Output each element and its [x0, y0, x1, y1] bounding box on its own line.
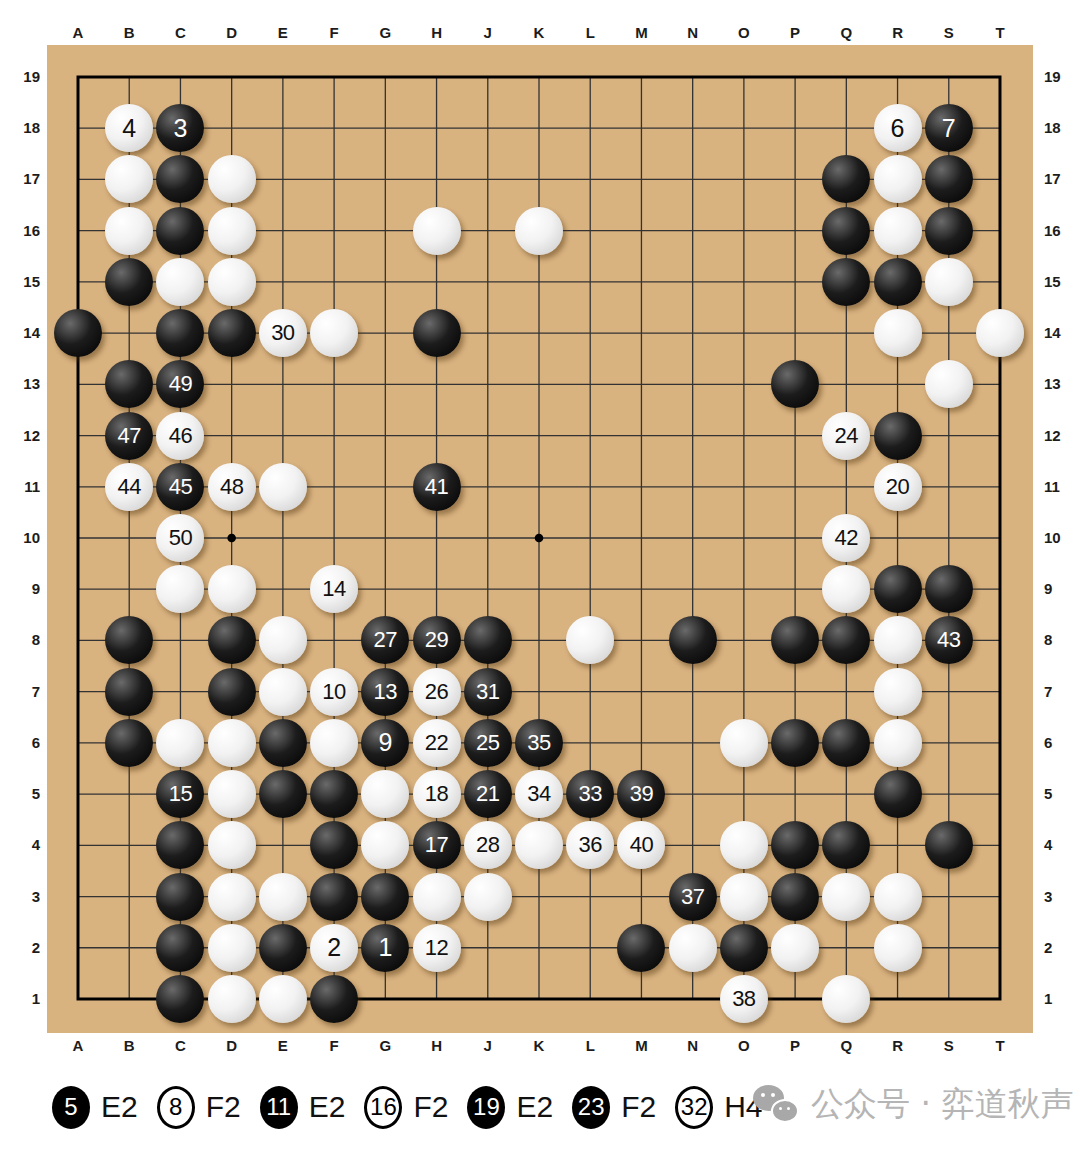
stone-S8: 43 — [925, 616, 973, 664]
coord-right-3: 3 — [1044, 888, 1078, 906]
stone-F7: 10 — [310, 668, 358, 716]
move-number: 22 — [425, 732, 448, 754]
stone-D2 — [208, 924, 256, 972]
coord-right-13: 13 — [1044, 375, 1078, 393]
coord-left-6: 6 — [6, 734, 40, 752]
stone-D7 — [208, 668, 256, 716]
move-number: 35 — [527, 732, 550, 754]
stone-H5: 18 — [413, 770, 461, 818]
stone-F2: 2 — [310, 924, 358, 972]
legend-item-8: 8F2 — [157, 1086, 241, 1129]
stone-P2 — [771, 924, 819, 972]
coord-top-N: N — [678, 24, 708, 42]
coord-top-H: H — [422, 24, 452, 42]
coord-right-12: 12 — [1044, 427, 1078, 445]
stone-G3 — [361, 873, 409, 921]
coord-left-17: 17 — [6, 170, 40, 188]
watermark: 公众号 · 弈道秋声 — [753, 1082, 1073, 1127]
stone-D16 — [208, 207, 256, 255]
move-number: 37 — [681, 886, 704, 908]
coord-bottom-M: M — [626, 1037, 656, 1055]
stone-O4 — [720, 821, 768, 869]
stone-J7: 31 — [464, 668, 512, 716]
stone-B16 — [105, 207, 153, 255]
coord-top-B: B — [114, 24, 144, 42]
move-number: 14 — [322, 578, 345, 600]
coord-left-1: 1 — [6, 990, 40, 1008]
move-number: 7 — [942, 116, 956, 141]
coord-left-15: 15 — [6, 273, 40, 291]
stone-G2: 1 — [361, 924, 409, 972]
stone-L5: 33 — [566, 770, 614, 818]
stone-Q6 — [822, 719, 870, 767]
stone-N2 — [669, 924, 717, 972]
stone-K6: 35 — [515, 719, 563, 767]
stone-P3 — [771, 873, 819, 921]
coord-bottom-J: J — [473, 1037, 503, 1055]
move-number: 28 — [476, 834, 499, 856]
coord-bottom-B: B — [114, 1037, 144, 1055]
stone-F1 — [310, 975, 358, 1023]
coord-left-10: 10 — [6, 529, 40, 547]
coord-bottom-G: G — [370, 1037, 400, 1055]
stone-H4: 17 — [413, 821, 461, 869]
move-number: 9 — [378, 730, 392, 755]
coord-bottom-H: H — [422, 1037, 452, 1055]
move-number: 39 — [630, 783, 653, 805]
page: 4367304947462444454841205042142729431013… — [0, 0, 1080, 1156]
legend-item-32: 32H4 — [675, 1086, 762, 1129]
stone-F5 — [310, 770, 358, 818]
coord-bottom-R: R — [883, 1037, 913, 1055]
coord-bottom-S: S — [934, 1037, 964, 1055]
coord-right-14: 14 — [1044, 324, 1078, 342]
stone-E1 — [259, 975, 307, 1023]
stone-H11: 41 — [413, 463, 461, 511]
stone-F6 — [310, 719, 358, 767]
stone-D6 — [208, 719, 256, 767]
move-number: 6 — [891, 116, 905, 141]
stone-J4: 28 — [464, 821, 512, 869]
coord-top-L: L — [575, 24, 605, 42]
move-number: 49 — [169, 373, 192, 395]
coord-top-A: A — [63, 24, 93, 42]
move-legend: 5E28F211E216F219E223F232H4 — [52, 1080, 763, 1134]
legend-item-11: 11E2 — [260, 1086, 346, 1129]
stone-Q16 — [822, 207, 870, 255]
stone-E11 — [259, 463, 307, 511]
stone-T14 — [976, 309, 1024, 357]
stone-S18: 7 — [925, 104, 973, 152]
move-number: 26 — [425, 681, 448, 703]
legend-coord: E2 — [516, 1090, 553, 1124]
stone-K5: 34 — [515, 770, 563, 818]
stone-H7: 26 — [413, 668, 461, 716]
stone-O2 — [720, 924, 768, 972]
stone-P6 — [771, 719, 819, 767]
stone-S16 — [925, 207, 973, 255]
move-number: 2 — [327, 935, 341, 960]
move-number: 36 — [578, 834, 601, 856]
move-number: 20 — [886, 476, 909, 498]
legend-stone: 23 — [572, 1086, 610, 1129]
coord-top-O: O — [729, 24, 759, 42]
stone-B7 — [105, 668, 153, 716]
coord-left-2: 2 — [6, 939, 40, 957]
move-number: 38 — [732, 988, 755, 1010]
coord-right-15: 15 — [1044, 273, 1078, 291]
coord-left-5: 5 — [6, 785, 40, 803]
stone-D17 — [208, 155, 256, 203]
stone-R8 — [874, 616, 922, 664]
stone-M2 — [617, 924, 665, 972]
stone-B15 — [105, 258, 153, 306]
coord-left-8: 8 — [6, 631, 40, 649]
coord-bottom-E: E — [268, 1037, 298, 1055]
coord-bottom-O: O — [729, 1037, 759, 1055]
stone-H6: 22 — [413, 719, 461, 767]
move-number: 40 — [630, 834, 653, 856]
coord-left-7: 7 — [6, 683, 40, 701]
coord-top-G: G — [370, 24, 400, 42]
coord-bottom-D: D — [217, 1037, 247, 1055]
stone-G6: 9 — [361, 719, 409, 767]
stone-C3 — [156, 873, 204, 921]
stone-S4 — [925, 821, 973, 869]
coord-right-10: 10 — [1044, 529, 1078, 547]
coord-left-4: 4 — [6, 836, 40, 854]
move-number: 41 — [425, 476, 448, 498]
legend-stone: 8 — [157, 1086, 195, 1129]
coord-top-F: F — [319, 24, 349, 42]
stone-R17 — [874, 155, 922, 203]
stone-Q10: 42 — [822, 514, 870, 562]
move-number: 50 — [169, 527, 192, 549]
move-number: 31 — [476, 681, 499, 703]
stone-C16 — [156, 207, 204, 255]
stone-R15 — [874, 258, 922, 306]
move-number: 13 — [374, 681, 397, 703]
coord-top-J: J — [473, 24, 503, 42]
stone-R7 — [874, 668, 922, 716]
move-number: 3 — [173, 116, 187, 141]
coord-left-3: 3 — [6, 888, 40, 906]
stone-F3 — [310, 873, 358, 921]
stone-Q15 — [822, 258, 870, 306]
move-number: 48 — [220, 476, 243, 498]
legend-item-5: 5E2 — [52, 1086, 138, 1129]
coord-bottom-A: A — [63, 1037, 93, 1055]
stone-O1: 38 — [720, 975, 768, 1023]
stone-B12: 47 — [105, 412, 153, 460]
coord-right-8: 8 — [1044, 631, 1078, 649]
stone-F9: 14 — [310, 565, 358, 613]
stone-C6 — [156, 719, 204, 767]
coord-left-11: 11 — [6, 478, 40, 496]
coord-right-1: 1 — [1044, 990, 1078, 1008]
move-number: 25 — [476, 732, 499, 754]
coord-left-14: 14 — [6, 324, 40, 342]
stone-N8 — [669, 616, 717, 664]
stone-H2: 12 — [413, 924, 461, 972]
stone-R11: 20 — [874, 463, 922, 511]
stone-D5 — [208, 770, 256, 818]
stone-B6 — [105, 719, 153, 767]
coord-bottom-F: F — [319, 1037, 349, 1055]
coord-top-Q: Q — [831, 24, 861, 42]
coord-left-18: 18 — [6, 119, 40, 137]
stone-J5: 21 — [464, 770, 512, 818]
legend-stone: 19 — [467, 1086, 505, 1129]
coord-bottom-L: L — [575, 1037, 605, 1055]
stone-E6 — [259, 719, 307, 767]
stone-H3 — [413, 873, 461, 921]
legend-stone: 5 — [52, 1086, 90, 1129]
stone-S9 — [925, 565, 973, 613]
coord-top-D: D — [217, 24, 247, 42]
coord-left-13: 13 — [6, 375, 40, 393]
stone-E2 — [259, 924, 307, 972]
stone-D3 — [208, 873, 256, 921]
legend-item-16: 16F2 — [364, 1086, 448, 1129]
stone-S15 — [925, 258, 973, 306]
move-number: 17 — [425, 834, 448, 856]
move-number: 44 — [117, 476, 140, 498]
move-number: 1 — [378, 935, 392, 960]
stone-R6 — [874, 719, 922, 767]
stone-N3: 37 — [669, 873, 717, 921]
move-number: 18 — [425, 783, 448, 805]
coord-top-M: M — [626, 24, 656, 42]
coord-left-16: 16 — [6, 222, 40, 240]
coord-bottom-C: C — [165, 1037, 195, 1055]
move-number: 10 — [322, 681, 345, 703]
stone-E7 — [259, 668, 307, 716]
stone-K16 — [515, 207, 563, 255]
coord-bottom-P: P — [780, 1037, 810, 1055]
coord-top-T: T — [985, 24, 1015, 42]
stone-R9 — [874, 565, 922, 613]
stone-J3 — [464, 873, 512, 921]
stone-C11: 45 — [156, 463, 204, 511]
move-number: 29 — [425, 629, 448, 651]
coord-right-5: 5 — [1044, 785, 1078, 803]
stone-E8 — [259, 616, 307, 664]
move-number: 43 — [937, 629, 960, 651]
stone-D9 — [208, 565, 256, 613]
coord-right-19: 19 — [1044, 68, 1078, 86]
coord-right-6: 6 — [1044, 734, 1078, 752]
stone-E14: 30 — [259, 309, 307, 357]
coord-left-19: 19 — [6, 68, 40, 86]
move-number: 24 — [835, 425, 858, 447]
move-number: 15 — [169, 783, 192, 805]
coord-top-C: C — [165, 24, 195, 42]
move-number: 4 — [122, 116, 136, 141]
stone-R3 — [874, 873, 922, 921]
move-number: 27 — [374, 629, 397, 651]
stone-H14 — [413, 309, 461, 357]
move-number: 12 — [425, 937, 448, 959]
go-board: 4367304947462444454841205042142729431013… — [47, 45, 1033, 1033]
coord-right-7: 7 — [1044, 683, 1078, 701]
coord-right-18: 18 — [1044, 119, 1078, 137]
coord-top-E: E — [268, 24, 298, 42]
stone-R5 — [874, 770, 922, 818]
wechat-icon — [753, 1085, 801, 1125]
coord-top-S: S — [934, 24, 964, 42]
coord-right-17: 17 — [1044, 170, 1078, 188]
legend-item-23: 23F2 — [572, 1086, 656, 1129]
watermark-text: 公众号 · 弈道秋声 — [811, 1082, 1073, 1127]
stone-H16 — [413, 207, 461, 255]
stone-A14 — [54, 309, 102, 357]
coord-right-2: 2 — [1044, 939, 1078, 957]
stone-C12: 46 — [156, 412, 204, 460]
coord-bottom-K: K — [524, 1037, 554, 1055]
move-number: 21 — [476, 783, 499, 805]
coord-left-9: 9 — [6, 580, 40, 598]
stone-G7: 13 — [361, 668, 409, 716]
coord-right-9: 9 — [1044, 580, 1078, 598]
stone-S13 — [925, 360, 973, 408]
coord-bottom-N: N — [678, 1037, 708, 1055]
legend-stone: 32 — [675, 1086, 713, 1129]
coord-right-16: 16 — [1044, 222, 1078, 240]
stone-D14 — [208, 309, 256, 357]
move-number: 33 — [578, 783, 601, 805]
legend-stone: 11 — [260, 1086, 298, 1129]
stone-R16 — [874, 207, 922, 255]
stone-O6 — [720, 719, 768, 767]
stone-C15 — [156, 258, 204, 306]
stone-R14 — [874, 309, 922, 357]
coord-top-R: R — [883, 24, 913, 42]
coord-bottom-T: T — [985, 1037, 1015, 1055]
legend-coord: E2 — [309, 1090, 346, 1124]
stone-H8: 29 — [413, 616, 461, 664]
stone-K4 — [515, 821, 563, 869]
move-number: 30 — [271, 322, 294, 344]
stone-Q12: 24 — [822, 412, 870, 460]
stone-R2 — [874, 924, 922, 972]
coord-top-K: K — [524, 24, 554, 42]
coord-right-11: 11 — [1044, 478, 1078, 496]
stone-Q1 — [822, 975, 870, 1023]
coord-top-P: P — [780, 24, 810, 42]
stone-D1 — [208, 975, 256, 1023]
stone-B11: 44 — [105, 463, 153, 511]
legend-coord: F2 — [206, 1090, 241, 1124]
legend-coord: E2 — [101, 1090, 138, 1124]
stone-F14 — [310, 309, 358, 357]
stone-E3 — [259, 873, 307, 921]
move-number: 42 — [835, 527, 858, 549]
legend-coord: F2 — [621, 1090, 656, 1124]
stone-D4 — [208, 821, 256, 869]
stone-Q3 — [822, 873, 870, 921]
stone-C2 — [156, 924, 204, 972]
legend-item-19: 19E2 — [467, 1086, 553, 1129]
move-number: 34 — [527, 783, 550, 805]
stone-O3 — [720, 873, 768, 921]
legend-stone: 16 — [364, 1086, 402, 1129]
stone-S17 — [925, 155, 973, 203]
stone-R12 — [874, 412, 922, 460]
move-number: 45 — [169, 476, 192, 498]
stone-J8 — [464, 616, 512, 664]
stone-R18: 6 — [874, 104, 922, 152]
coord-left-12: 12 — [6, 427, 40, 445]
stone-D11: 48 — [208, 463, 256, 511]
stone-J6: 25 — [464, 719, 512, 767]
stone-D15 — [208, 258, 256, 306]
coord-bottom-Q: Q — [831, 1037, 861, 1055]
stone-E5 — [259, 770, 307, 818]
move-number: 46 — [169, 425, 192, 447]
coord-right-4: 4 — [1044, 836, 1078, 854]
stone-D8 — [208, 616, 256, 664]
legend-coord: F2 — [413, 1090, 448, 1124]
move-number: 47 — [117, 425, 140, 447]
